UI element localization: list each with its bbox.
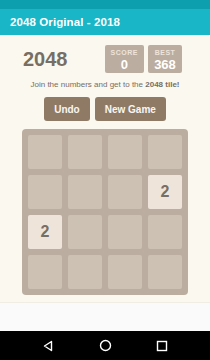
score-label: SCORE [111, 48, 138, 57]
cell-r4c1 [28, 255, 62, 289]
board-grid[interactable]: 22 [22, 129, 188, 295]
cell-r2c1 [28, 175, 62, 209]
back-icon[interactable] [41, 339, 55, 353]
game-content: 2048 SCORE 0 BEST 368 Join the numbers a… [0, 35, 210, 302]
tagline-text: Join the numbers and get to the [31, 80, 146, 89]
app-title: 2048 Original - 2018 [10, 16, 120, 28]
cell-r3c3 [108, 215, 142, 249]
recents-icon[interactable] [155, 339, 169, 353]
cell-r3c4 [148, 215, 182, 249]
logo-2048: 2048 [23, 48, 68, 71]
best-label: BEST [154, 48, 176, 57]
cell-r1c4 [148, 135, 182, 169]
android-nav-bar [0, 331, 210, 360]
home-icon[interactable] [98, 339, 112, 353]
score-boxes: SCORE 0 BEST 368 [105, 45, 182, 73]
cell-r3c2 [68, 215, 102, 249]
cell-r1c1 [28, 135, 62, 169]
tile-2-r2c4: 2 [148, 175, 182, 209]
new-game-button[interactable]: New Game [95, 97, 166, 121]
header-row: 2048 SCORE 0 BEST 368 [0, 35, 210, 73]
tile-2-r3c1: 2 [28, 215, 62, 249]
best-box: BEST 368 [148, 45, 182, 73]
score-value: 0 [111, 57, 138, 72]
tagline: Join the numbers and get to the 2048 til… [0, 80, 210, 89]
cell-r4c4 [148, 255, 182, 289]
button-row: Undo New Game [0, 97, 210, 121]
best-value: 368 [154, 57, 176, 72]
tagline-goal: 2048 tile! [145, 80, 179, 89]
cell-r2c3 [108, 175, 142, 209]
status-bar [0, 0, 210, 9]
cell-r4c3 [108, 255, 142, 289]
ad-strip [0, 302, 210, 331]
app-bar: 2048 Original - 2018 [0, 9, 210, 35]
undo-button[interactable]: Undo [44, 97, 90, 121]
cell-r4c2 [68, 255, 102, 289]
cell-r1c3 [108, 135, 142, 169]
score-box: SCORE 0 [105, 45, 144, 73]
cell-r1c2 [68, 135, 102, 169]
cell-r2c2 [68, 175, 102, 209]
